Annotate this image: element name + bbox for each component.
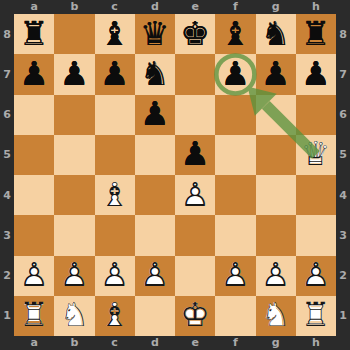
piece-white-pawn[interactable]: ♟︎♙︎ xyxy=(296,256,336,296)
piece-black-queen[interactable]: ♛︎♕︎ xyxy=(135,14,175,54)
piece-outline-glyph: ♗︎ xyxy=(95,14,135,54)
piece-white-pawn[interactable]: ♟︎♙︎ xyxy=(54,256,94,296)
piece-outline-glyph: ♗︎ xyxy=(95,296,135,336)
square-h4[interactable] xyxy=(296,175,336,215)
square-e2[interactable] xyxy=(175,256,215,296)
piece-outline-glyph: ♖︎ xyxy=(296,296,336,336)
square-d2[interactable]: ♟︎♙︎ xyxy=(135,256,175,296)
square-b2[interactable]: ♟︎♙︎ xyxy=(54,256,94,296)
square-f8[interactable]: ♝︎♗︎ xyxy=(215,14,255,54)
square-d5[interactable] xyxy=(135,135,175,175)
piece-outline-glyph: ♘︎ xyxy=(256,14,296,54)
rank-label: 6 xyxy=(0,95,14,135)
square-h6[interactable] xyxy=(296,95,336,135)
square-g7[interactable]: ♟︎♙︎ xyxy=(256,54,296,94)
piece-white-rook[interactable]: ♜︎♖︎ xyxy=(296,296,336,336)
piece-outline-glyph: ♖︎ xyxy=(296,14,336,54)
square-b8[interactable] xyxy=(54,14,94,54)
square-b1[interactable]: ♞︎♘︎ xyxy=(54,296,94,336)
square-c6[interactable] xyxy=(95,95,135,135)
piece-outline-glyph: ♙︎ xyxy=(54,256,94,296)
piece-outline-glyph: ♖︎ xyxy=(14,14,54,54)
file-label: c xyxy=(95,0,135,14)
piece-outline-glyph: ♕︎ xyxy=(296,135,336,175)
square-b3[interactable] xyxy=(54,215,94,255)
square-a8[interactable]: ♜︎♖︎ xyxy=(14,14,54,54)
piece-white-pawn[interactable]: ♟︎♙︎ xyxy=(215,256,255,296)
square-a4[interactable] xyxy=(14,175,54,215)
square-a6[interactable] xyxy=(14,95,54,135)
piece-outline-glyph: ♔︎ xyxy=(175,14,215,54)
piece-white-pawn[interactable]: ♟︎♙︎ xyxy=(14,256,54,296)
square-h8[interactable]: ♜︎♖︎ xyxy=(296,14,336,54)
square-c7[interactable]: ♟︎♙︎ xyxy=(95,54,135,94)
piece-white-pawn[interactable]: ♟︎♙︎ xyxy=(256,256,296,296)
square-d3[interactable] xyxy=(135,215,175,255)
piece-white-pawn[interactable]: ♟︎♙︎ xyxy=(135,256,175,296)
piece-black-bishop[interactable]: ♝︎♗︎ xyxy=(215,14,255,54)
rank-label: 8 xyxy=(0,14,14,54)
file-label: h xyxy=(296,0,336,14)
square-d1[interactable] xyxy=(135,296,175,336)
piece-outline-glyph: ♙︎ xyxy=(14,256,54,296)
rank-label: 3 xyxy=(336,215,350,255)
piece-outline-glyph: ♙︎ xyxy=(135,95,175,135)
square-b4[interactable] xyxy=(54,175,94,215)
file-label: c xyxy=(95,336,135,350)
square-g5[interactable] xyxy=(256,135,296,175)
rank-labels-left: 87654321 xyxy=(0,14,14,336)
square-a5[interactable] xyxy=(14,135,54,175)
square-g2[interactable]: ♟︎♙︎ xyxy=(256,256,296,296)
rank-label: 7 xyxy=(0,54,14,94)
piece-white-king[interactable]: ♚︎♔︎ xyxy=(175,296,215,336)
square-f6[interactable] xyxy=(215,95,255,135)
square-e7[interactable] xyxy=(175,54,215,94)
rank-label: 2 xyxy=(336,256,350,296)
square-a2[interactable]: ♟︎♙︎ xyxy=(14,256,54,296)
square-c5[interactable] xyxy=(95,135,135,175)
piece-outline-glyph: ♘︎ xyxy=(135,54,175,94)
rank-label: 4 xyxy=(0,175,14,215)
square-c4[interactable]: ♝︎♗︎ xyxy=(95,175,135,215)
file-label: e xyxy=(175,0,215,14)
rank-label: 5 xyxy=(0,135,14,175)
piece-black-rook[interactable]: ♜︎♖︎ xyxy=(14,14,54,54)
piece-outline-glyph: ♙︎ xyxy=(95,256,135,296)
square-b6[interactable] xyxy=(54,95,94,135)
rank-label: 6 xyxy=(336,95,350,135)
file-label: h xyxy=(296,336,336,350)
piece-outline-glyph: ♙︎ xyxy=(175,135,215,175)
chess-board: abcdefgh abcdefgh 87654321 87654321 ♜︎♖︎… xyxy=(0,0,350,350)
piece-black-knight[interactable]: ♞︎♘︎ xyxy=(256,14,296,54)
square-e6[interactable] xyxy=(175,95,215,135)
rank-labels-right: 87654321 xyxy=(336,14,350,336)
file-label: f xyxy=(215,0,255,14)
file-label: b xyxy=(54,336,94,350)
square-a1[interactable]: ♜︎♖︎ xyxy=(14,296,54,336)
piece-black-pawn[interactable]: ♟︎♙︎ xyxy=(95,54,135,94)
piece-black-pawn[interactable]: ♟︎♙︎ xyxy=(14,54,54,94)
piece-outline-glyph: ♙︎ xyxy=(175,175,215,215)
piece-white-knight[interactable]: ♞︎♘︎ xyxy=(256,296,296,336)
square-h2[interactable]: ♟︎♙︎ xyxy=(296,256,336,296)
piece-outline-glyph: ♗︎ xyxy=(215,14,255,54)
square-c8[interactable]: ♝︎♗︎ xyxy=(95,14,135,54)
square-a3[interactable] xyxy=(14,215,54,255)
piece-black-pawn[interactable]: ♟︎♙︎ xyxy=(54,54,94,94)
file-label: e xyxy=(175,336,215,350)
rank-label: 4 xyxy=(336,175,350,215)
square-f4[interactable] xyxy=(215,175,255,215)
piece-black-pawn[interactable]: ♟︎♙︎ xyxy=(256,54,296,94)
square-h7[interactable]: ♟︎♙︎ xyxy=(296,54,336,94)
piece-white-pawn[interactable]: ♟︎♙︎ xyxy=(175,175,215,215)
piece-black-pawn[interactable]: ♟︎♙︎ xyxy=(175,135,215,175)
piece-outline-glyph: ♙︎ xyxy=(256,256,296,296)
square-g4[interactable] xyxy=(256,175,296,215)
rank-label: 7 xyxy=(336,54,350,94)
piece-outline-glyph: ♙︎ xyxy=(14,54,54,94)
square-c2[interactable]: ♟︎♙︎ xyxy=(95,256,135,296)
piece-outline-glyph: ♙︎ xyxy=(215,54,255,94)
square-e3[interactable] xyxy=(175,215,215,255)
square-e1[interactable]: ♚︎♔︎ xyxy=(175,296,215,336)
square-h1[interactable]: ♜︎♖︎ xyxy=(296,296,336,336)
square-f1[interactable] xyxy=(215,296,255,336)
square-d7[interactable]: ♞︎♘︎ xyxy=(135,54,175,94)
piece-white-knight[interactable]: ♞︎♘︎ xyxy=(54,296,94,336)
square-f5[interactable] xyxy=(215,135,255,175)
piece-black-king[interactable]: ♚︎♔︎ xyxy=(175,14,215,54)
file-label: a xyxy=(14,336,54,350)
piece-outline-glyph: ♘︎ xyxy=(256,296,296,336)
rank-label: 3 xyxy=(0,215,14,255)
piece-outline-glyph: ♖︎ xyxy=(14,296,54,336)
square-b7[interactable]: ♟︎♙︎ xyxy=(54,54,94,94)
piece-outline-glyph: ♙︎ xyxy=(296,256,336,296)
file-label: b xyxy=(54,0,94,14)
piece-white-bishop[interactable]: ♝︎♗︎ xyxy=(95,296,135,336)
square-f7[interactable]: ♟︎♙︎ xyxy=(215,54,255,94)
rank-label: 1 xyxy=(0,296,14,336)
square-g3[interactable] xyxy=(256,215,296,255)
board-grid: ♜︎♖︎♝︎♗︎♛︎♕︎♚︎♔︎♝︎♗︎♞︎♘︎♜︎♖︎♟︎♙︎♟︎♙︎♟︎♙︎… xyxy=(14,14,336,336)
file-label: d xyxy=(135,0,175,14)
rank-label: 8 xyxy=(336,14,350,54)
square-d4[interactable] xyxy=(135,175,175,215)
piece-black-pawn[interactable]: ♟︎♙︎ xyxy=(135,95,175,135)
square-c1[interactable]: ♝︎♗︎ xyxy=(95,296,135,336)
square-h5[interactable]: ♛︎♕︎ xyxy=(296,135,336,175)
square-a7[interactable]: ♟︎♙︎ xyxy=(14,54,54,94)
file-labels-bottom: abcdefgh xyxy=(14,336,336,350)
square-e4[interactable]: ♟︎♙︎ xyxy=(175,175,215,215)
piece-black-bishop[interactable]: ♝︎♗︎ xyxy=(95,14,135,54)
square-f3[interactable] xyxy=(215,215,255,255)
piece-black-pawn[interactable]: ♟︎♙︎ xyxy=(215,54,255,94)
square-g8[interactable]: ♞︎♘︎ xyxy=(256,14,296,54)
square-d8[interactable]: ♛︎♕︎ xyxy=(135,14,175,54)
file-label: g xyxy=(256,336,296,350)
square-g6[interactable] xyxy=(256,95,296,135)
piece-black-knight[interactable]: ♞︎♘︎ xyxy=(135,54,175,94)
piece-white-queen[interactable]: ♛︎♕︎ xyxy=(296,135,336,175)
piece-black-pawn[interactable]: ♟︎♙︎ xyxy=(296,54,336,94)
file-label: d xyxy=(135,336,175,350)
square-d6[interactable]: ♟︎♙︎ xyxy=(135,95,175,135)
square-c3[interactable] xyxy=(95,215,135,255)
rank-label: 2 xyxy=(0,256,14,296)
piece-outline-glyph: ♙︎ xyxy=(135,256,175,296)
piece-outline-glyph: ♗︎ xyxy=(95,175,135,215)
square-e8[interactable]: ♚︎♔︎ xyxy=(175,14,215,54)
piece-outline-glyph: ♕︎ xyxy=(135,14,175,54)
square-h3[interactable] xyxy=(296,215,336,255)
file-label: g xyxy=(256,0,296,14)
piece-outline-glyph: ♔︎ xyxy=(175,296,215,336)
square-e5[interactable]: ♟︎♙︎ xyxy=(175,135,215,175)
piece-white-bishop[interactable]: ♝︎♗︎ xyxy=(95,175,135,215)
rank-label: 5 xyxy=(336,135,350,175)
file-label: f xyxy=(215,336,255,350)
square-b5[interactable] xyxy=(54,135,94,175)
piece-outline-glyph: ♙︎ xyxy=(54,54,94,94)
rank-label: 1 xyxy=(336,296,350,336)
piece-white-pawn[interactable]: ♟︎♙︎ xyxy=(95,256,135,296)
piece-black-rook[interactable]: ♜︎♖︎ xyxy=(296,14,336,54)
piece-outline-glyph: ♙︎ xyxy=(95,54,135,94)
file-label: a xyxy=(14,0,54,14)
file-labels-top: abcdefgh xyxy=(14,0,336,14)
piece-white-rook[interactable]: ♜︎♖︎ xyxy=(14,296,54,336)
piece-outline-glyph: ♙︎ xyxy=(256,54,296,94)
square-g1[interactable]: ♞︎♘︎ xyxy=(256,296,296,336)
square-f2[interactable]: ♟︎♙︎ xyxy=(215,256,255,296)
piece-outline-glyph: ♙︎ xyxy=(296,54,336,94)
piece-outline-glyph: ♙︎ xyxy=(215,256,255,296)
piece-outline-glyph: ♘︎ xyxy=(54,296,94,336)
